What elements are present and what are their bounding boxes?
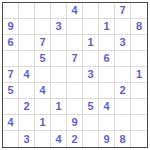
given-digit: 1 [39, 117, 45, 128]
cell-r3c1[interactable]: 6 [3, 35, 19, 51]
cell-r4c5[interactable]: 7 [67, 51, 83, 67]
cell-r2c9[interactable]: 8 [131, 19, 147, 35]
cell-r8c8[interactable] [115, 115, 131, 131]
cell-r8c4[interactable] [51, 115, 67, 131]
cell-r3c6[interactable]: 1 [83, 35, 99, 51]
cell-r4c1[interactable] [3, 51, 19, 67]
cell-r9c8[interactable]: 8 [115, 131, 131, 147]
cell-r6c8[interactable]: 2 [115, 83, 131, 99]
cell-r2c5[interactable] [67, 19, 83, 35]
given-digit: 1 [103, 21, 109, 32]
cell-r7c1[interactable] [3, 99, 19, 115]
given-digit: 5 [87, 101, 93, 112]
cell-r7c5[interactable] [67, 99, 83, 115]
cell-r5c6[interactable]: 3 [83, 67, 99, 83]
given-digit: 7 [7, 69, 13, 80]
cell-r3c8[interactable]: 3 [115, 35, 131, 51]
cell-r7c2[interactable]: 2 [19, 99, 35, 115]
cell-r9c9[interactable] [131, 131, 147, 147]
given-digit: 6 [103, 53, 109, 64]
given-digit: 4 [39, 85, 45, 96]
cell-r7c6[interactable]: 5 [83, 99, 99, 115]
cell-r4c9[interactable] [131, 51, 147, 67]
cell-r8c2[interactable] [19, 115, 35, 131]
cell-r6c7[interactable] [99, 83, 115, 99]
cell-r8c9[interactable] [131, 115, 147, 131]
given-digit: 7 [71, 53, 77, 64]
given-digit: 4 [71, 5, 77, 16]
cell-r6c9[interactable] [131, 83, 147, 99]
cell-r8c7[interactable] [99, 115, 115, 131]
given-digit: 2 [119, 85, 125, 96]
cell-r2c7[interactable]: 1 [99, 19, 115, 35]
cell-r7c7[interactable]: 4 [99, 99, 115, 115]
cell-r9c2[interactable]: 3 [19, 131, 35, 147]
given-digit: 5 [39, 53, 45, 64]
given-digit: 4 [7, 117, 13, 128]
cell-r5c3[interactable] [35, 67, 51, 83]
cell-r4c4[interactable] [51, 51, 67, 67]
cell-r3c5[interactable] [67, 35, 83, 51]
given-digit: 4 [103, 101, 109, 112]
cell-r8c1[interactable]: 4 [3, 115, 19, 131]
given-digit: 4 [23, 69, 29, 80]
cell-r3c9[interactable] [131, 35, 147, 51]
cell-r1c4[interactable] [51, 3, 67, 19]
given-digit: 5 [7, 85, 13, 96]
given-digit: 4 [55, 134, 61, 145]
given-digit: 8 [136, 21, 142, 32]
cell-r5c4[interactable] [51, 67, 67, 83]
given-digit: 3 [23, 134, 29, 145]
cell-r2c2[interactable] [19, 19, 35, 35]
cell-r9c3[interactable] [35, 131, 51, 147]
given-digit: 6 [7, 37, 13, 48]
cell-r3c7[interactable] [99, 35, 115, 51]
cell-r6c5[interactable] [67, 83, 83, 99]
cell-r5c8[interactable] [115, 67, 131, 83]
cell-r2c8[interactable] [115, 19, 131, 35]
given-digit: 1 [55, 101, 61, 112]
cell-r5c7[interactable] [99, 67, 115, 83]
cell-r8c3[interactable]: 1 [35, 115, 51, 131]
given-digit: 7 [119, 5, 125, 16]
cell-r9c6[interactable] [83, 131, 99, 147]
cell-r1c2[interactable] [19, 3, 35, 19]
cell-r2c1[interactable]: 9 [3, 19, 19, 35]
given-digit: 2 [71, 134, 77, 145]
cell-r1c5[interactable]: 4 [67, 3, 83, 19]
given-digit: 9 [103, 134, 109, 145]
cell-r1c1[interactable] [3, 3, 19, 19]
cell-r5c1[interactable]: 7 [3, 67, 19, 83]
cell-r1c6[interactable] [83, 3, 99, 19]
given-digit: 7 [39, 37, 45, 48]
cell-r5c2[interactable]: 4 [19, 67, 35, 83]
cell-r4c8[interactable] [115, 51, 131, 67]
given-digit: 3 [87, 69, 93, 80]
cell-r6c3[interactable]: 4 [35, 83, 51, 99]
given-digit: 1 [136, 69, 142, 80]
cell-r7c8[interactable] [115, 99, 131, 115]
sudoku-board: 47931867135767431542215441934298 [2, 2, 148, 148]
given-digit: 3 [55, 21, 61, 32]
cell-r6c2[interactable] [19, 83, 35, 99]
given-digit: 2 [23, 101, 29, 112]
given-digit: 3 [119, 37, 125, 48]
cell-r7c9[interactable] [131, 99, 147, 115]
cell-r4c7[interactable]: 6 [99, 51, 115, 67]
cell-r9c7[interactable]: 9 [99, 131, 115, 147]
cell-r4c2[interactable] [19, 51, 35, 67]
cell-r8c5[interactable]: 9 [67, 115, 83, 131]
cell-r4c3[interactable]: 5 [35, 51, 51, 67]
cell-r5c9[interactable]: 1 [131, 67, 147, 83]
given-digit: 9 [71, 117, 77, 128]
cell-r9c5[interactable]: 2 [67, 131, 83, 147]
cell-r9c4[interactable]: 4 [51, 131, 67, 147]
cell-r6c4[interactable] [51, 83, 67, 99]
cell-r1c3[interactable] [35, 3, 51, 19]
cell-r3c2[interactable] [19, 35, 35, 51]
given-digit: 8 [119, 134, 125, 145]
cell-r6c6[interactable] [83, 83, 99, 99]
given-digit: 9 [7, 21, 13, 32]
cell-r4c6[interactable] [83, 51, 99, 67]
cell-r9c1[interactable] [3, 131, 19, 147]
cell-r2c4[interactable]: 3 [51, 19, 67, 35]
cell-r2c6[interactable] [83, 19, 99, 35]
cell-r7c3[interactable] [35, 99, 51, 115]
cell-r6c1[interactable]: 5 [3, 83, 19, 99]
given-digit: 1 [87, 37, 93, 48]
cell-r7c4[interactable]: 1 [51, 99, 67, 115]
cell-r8c6[interactable] [83, 115, 99, 131]
cell-r1c8[interactable]: 7 [115, 3, 131, 19]
cell-r5c5[interactable] [67, 67, 83, 83]
cell-r1c7[interactable] [99, 3, 115, 19]
cell-r2c3[interactable] [35, 19, 51, 35]
cell-r3c4[interactable] [51, 35, 67, 51]
cell-r3c3[interactable]: 7 [35, 35, 51, 51]
cell-r1c9[interactable] [131, 3, 147, 19]
